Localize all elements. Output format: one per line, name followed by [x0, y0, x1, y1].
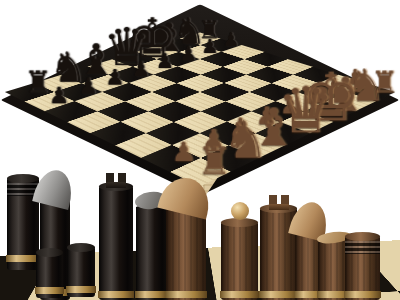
board-3d-scene: ♜♞♝♛♚♝♞♜♟♟♟♟♟♟♟♟♟♟♟♟♟♟♟♟♜♞♝♛♚♝♞♜ — [0, 0, 400, 300]
piece-brown-rook: ♜ — [192, 145, 236, 178]
view-board-overview: ♜♞♝♛♚♝♞♜♟♟♟♟♟♟♟♟♟♟♟♟♟♟♟♟♜♞♝♛♚♝♞♜ — [0, 0, 400, 300]
chess-board-grid: ♜♞♝♛♚♝♞♜♟♟♟♟♟♟♟♟♟♟♟♟♟♟♟♟♜♞♝♛♚♝♞♜ — [5, 32, 395, 186]
render-canvas: ♜♞♝♛♚♝♞♜♟♟♟♟♟♟♟♟♟♟♟♟♟♟♟♟♜♞♝♛♚♝♞♜ — [0, 0, 400, 300]
piece-black-pawn: ♟ — [41, 86, 77, 106]
